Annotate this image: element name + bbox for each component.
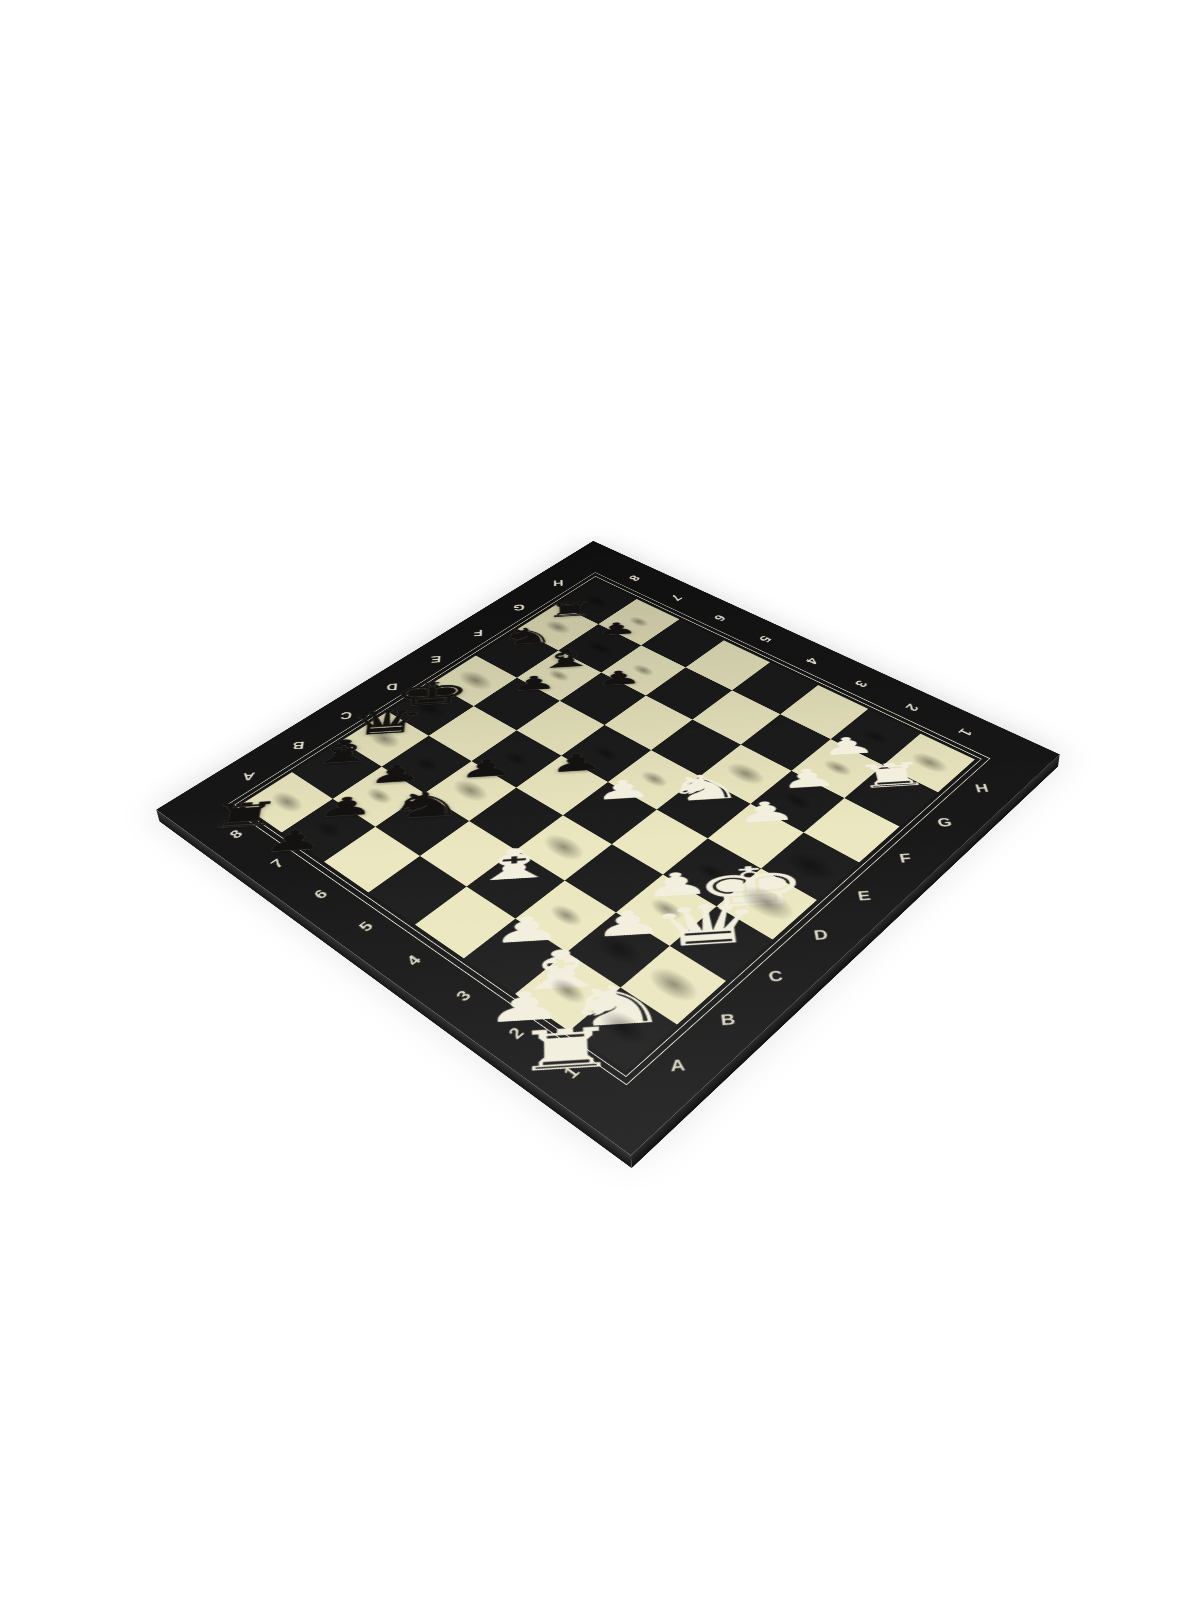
pawn-glyph: ♟ xyxy=(458,754,514,781)
pawn-glyph: ♟ xyxy=(510,672,557,693)
pawn-glyph: ♟ xyxy=(367,760,425,787)
perspective-wrapper: AABBCCDDEEFFGGHH1122334455667788 ♜♞♟♝♚♟♟… xyxy=(269,443,947,1121)
bishop-glyph: ♝ xyxy=(534,644,598,672)
pawn-glyph: ♟ xyxy=(817,732,878,758)
rook-glyph: ♜ xyxy=(544,598,595,620)
board-scene: AABBCCDDEEFFGGHH1122334455667788 ♜♞♟♝♚♟♟… xyxy=(269,443,947,1121)
pawn-glyph: ♟ xyxy=(595,619,638,637)
product-photo-background: AABBCCDDEEFFGGHH1122334455667788 ♜♞♟♝♚♟♟… xyxy=(0,0,1200,1600)
pawn-glyph: ♟ xyxy=(549,749,605,776)
chess-board[interactable]: AABBCCDDEEFFGGHH1122334455667788 ♜♞♟♝♚♟♟… xyxy=(156,541,1059,1156)
pawn-glyph: ♟ xyxy=(594,667,643,688)
